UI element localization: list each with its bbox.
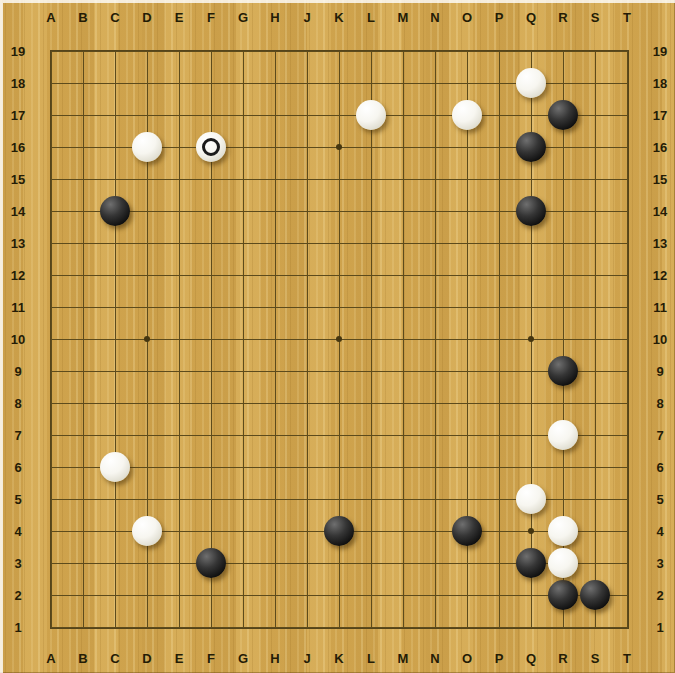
coord-label: 11 <box>645 291 675 323</box>
coord-label: O <box>451 647 483 669</box>
black-stone[interactable] <box>516 196 546 226</box>
black-stone[interactable] <box>324 516 354 546</box>
white-stone[interactable] <box>452 100 482 130</box>
coord-label: J <box>291 647 323 669</box>
coord-numbers-left: 19181716151413121110987654321 <box>3 35 33 643</box>
coord-label: 2 <box>645 579 675 611</box>
coord-letters-top: ABCDEFGHJKLMNOPQRST <box>35 6 643 28</box>
coord-label: 3 <box>3 547 33 579</box>
white-stone[interactable] <box>516 68 546 98</box>
white-stone[interactable] <box>132 132 162 162</box>
black-stone[interactable] <box>516 548 546 578</box>
coord-label: 14 <box>3 195 33 227</box>
coord-label: 16 <box>645 131 675 163</box>
white-stone[interactable] <box>356 100 386 130</box>
coord-label: T <box>611 647 643 669</box>
coord-label: 19 <box>3 35 33 67</box>
white-stone[interactable] <box>516 484 546 514</box>
black-stone[interactable] <box>548 356 578 386</box>
coord-label: B <box>67 647 99 669</box>
coord-label: 5 <box>3 483 33 515</box>
coord-label: D <box>131 6 163 28</box>
coord-label: 10 <box>645 323 675 355</box>
coord-label: K <box>323 647 355 669</box>
coord-label: 13 <box>645 227 675 259</box>
coord-label: 7 <box>3 419 33 451</box>
coord-label: C <box>99 647 131 669</box>
go-board-frame: ABCDEFGHJKLMNOPQRST ABCDEFGHJKLMNOPQRST … <box>0 0 675 673</box>
black-stone[interactable] <box>452 516 482 546</box>
black-stone[interactable] <box>516 132 546 162</box>
coord-label: 2 <box>3 579 33 611</box>
coord-label: 10 <box>3 323 33 355</box>
black-stone[interactable] <box>548 100 578 130</box>
coord-label: 14 <box>645 195 675 227</box>
coord-label: M <box>387 6 419 28</box>
black-stone[interactable] <box>548 580 578 610</box>
coord-label: 1 <box>3 611 33 643</box>
coord-label: O <box>451 6 483 28</box>
coord-label: 1 <box>645 611 675 643</box>
coord-label: 13 <box>3 227 33 259</box>
white-stone[interactable] <box>548 420 578 450</box>
coord-label: 6 <box>3 451 33 483</box>
last-move-circle-marker <box>202 138 220 156</box>
coord-label: 18 <box>3 67 33 99</box>
coord-label: 8 <box>645 387 675 419</box>
white-stone[interactable] <box>196 132 226 162</box>
coord-label: 19 <box>645 35 675 67</box>
white-stone[interactable] <box>100 452 130 482</box>
coord-label: L <box>355 647 387 669</box>
coord-label: L <box>355 6 387 28</box>
coord-label: Q <box>515 647 547 669</box>
coord-label: 17 <box>645 99 675 131</box>
coord-label: 12 <box>645 259 675 291</box>
white-stone[interactable] <box>132 516 162 546</box>
coord-label: 9 <box>3 355 33 387</box>
go-board-stones-layer[interactable] <box>35 35 643 643</box>
coord-label: A <box>35 647 67 669</box>
coord-label: M <box>387 647 419 669</box>
coord-label: 18 <box>645 67 675 99</box>
white-stone[interactable] <box>548 516 578 546</box>
coord-label: D <box>131 647 163 669</box>
coord-label: R <box>547 6 579 28</box>
coord-label: 9 <box>645 355 675 387</box>
coord-letters-bottom: ABCDEFGHJKLMNOPQRST <box>35 647 643 669</box>
coord-label: 3 <box>645 547 675 579</box>
coord-label: H <box>259 6 291 28</box>
coord-label: F <box>195 6 227 28</box>
coord-label: N <box>419 6 451 28</box>
coord-label: C <box>99 6 131 28</box>
coord-label: 5 <box>645 483 675 515</box>
coord-label: 12 <box>3 259 33 291</box>
black-stone[interactable] <box>100 196 130 226</box>
coord-label: 8 <box>3 387 33 419</box>
coord-label: R <box>547 647 579 669</box>
coord-numbers-right: 19181716151413121110987654321 <box>645 35 675 643</box>
white-stone[interactable] <box>548 548 578 578</box>
coord-label: 11 <box>3 291 33 323</box>
coord-label: H <box>259 647 291 669</box>
coord-label: P <box>483 647 515 669</box>
coord-label: Q <box>515 6 547 28</box>
coord-label: G <box>227 647 259 669</box>
coord-label: 4 <box>3 515 33 547</box>
coord-label: E <box>163 6 195 28</box>
black-stone[interactable] <box>196 548 226 578</box>
coord-label: B <box>67 6 99 28</box>
coord-label: G <box>227 6 259 28</box>
coord-label: 15 <box>645 163 675 195</box>
coord-label: J <box>291 6 323 28</box>
coord-label: 7 <box>645 419 675 451</box>
coord-label: A <box>35 6 67 28</box>
coord-label: 15 <box>3 163 33 195</box>
coord-label: 17 <box>3 99 33 131</box>
coord-label: S <box>579 6 611 28</box>
black-stone[interactable] <box>580 580 610 610</box>
coord-label: K <box>323 6 355 28</box>
coord-label: 16 <box>3 131 33 163</box>
coord-label: 6 <box>645 451 675 483</box>
coord-label: T <box>611 6 643 28</box>
coord-label: N <box>419 647 451 669</box>
coord-label: S <box>579 647 611 669</box>
coord-label: 4 <box>645 515 675 547</box>
coord-label: F <box>195 647 227 669</box>
coord-label: P <box>483 6 515 28</box>
coord-label: E <box>163 647 195 669</box>
